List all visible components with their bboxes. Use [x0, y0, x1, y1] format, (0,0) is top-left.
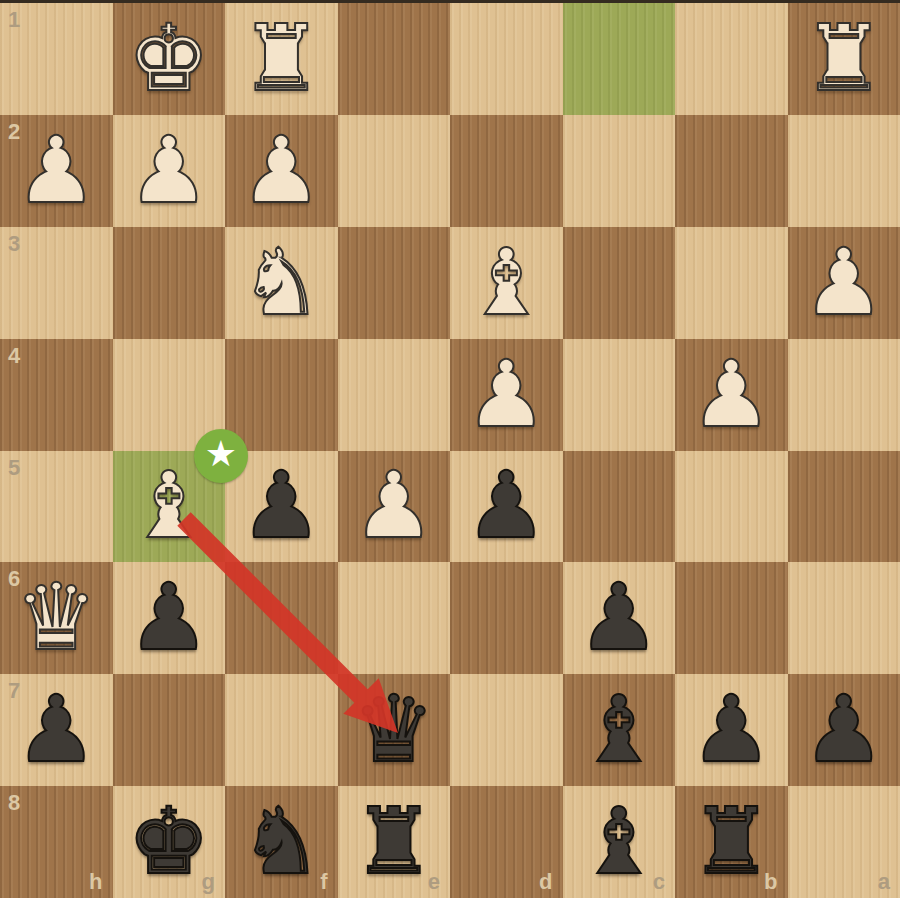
white-pawn[interactable]: ♟ [675, 339, 788, 451]
white-pawn[interactable]: ♟ [450, 339, 563, 451]
square-b5[interactable] [675, 451, 788, 563]
star-icon: ★ [205, 436, 237, 472]
black-pawn[interactable]: ♟ [450, 451, 563, 563]
square-e6[interactable] [338, 562, 451, 674]
square-f6[interactable] [225, 562, 338, 674]
square-b3[interactable] [675, 227, 788, 339]
square-e5[interactable]: ♟ [338, 451, 451, 563]
square-h3[interactable]: 3 [0, 227, 113, 339]
black-pawn[interactable]: ♟ [563, 562, 676, 674]
board-top-edge [0, 0, 900, 3]
square-d8[interactable]: d [450, 786, 563, 898]
square-c8[interactable]: c♝ [563, 786, 676, 898]
chess-board[interactable]: 1♚♜♜2♟♟♟3♞♝♟4♟♟5♝♟♟♟6♛♟♟7♟♛♝♟♟8hg♚f♞e♜dc… [0, 3, 900, 898]
square-g3[interactable] [113, 227, 226, 339]
best-move-badge: ★ [194, 429, 248, 483]
black-knight[interactable]: ♞ [225, 786, 338, 898]
square-f4[interactable] [225, 339, 338, 451]
square-c7[interactable]: ♝ [563, 674, 676, 786]
square-e1[interactable] [338, 3, 451, 115]
white-rook[interactable]: ♜ [225, 3, 338, 115]
square-a2[interactable] [788, 115, 900, 227]
white-queen[interactable]: ♛ [0, 562, 113, 674]
white-knight[interactable]: ♞ [225, 227, 338, 339]
square-c4[interactable] [563, 339, 676, 451]
square-h6[interactable]: 6♛ [0, 562, 113, 674]
square-b8[interactable]: b♜ [675, 786, 788, 898]
white-bishop[interactable]: ♝ [450, 227, 563, 339]
square-g6[interactable]: ♟ [113, 562, 226, 674]
square-b1[interactable] [675, 3, 788, 115]
black-pawn[interactable]: ♟ [0, 674, 113, 786]
square-d5[interactable]: ♟ [450, 451, 563, 563]
black-pawn[interactable]: ♟ [675, 674, 788, 786]
square-f7[interactable] [225, 674, 338, 786]
square-f3[interactable]: ♞ [225, 227, 338, 339]
square-d4[interactable]: ♟ [450, 339, 563, 451]
square-e2[interactable] [338, 115, 451, 227]
square-h5[interactable]: 5 [0, 451, 113, 563]
file-label-d: d [539, 869, 552, 895]
black-bishop[interactable]: ♝ [563, 674, 676, 786]
square-d6[interactable] [450, 562, 563, 674]
rank-label-1: 1 [8, 7, 20, 33]
square-g7[interactable] [113, 674, 226, 786]
square-a7[interactable]: ♟ [788, 674, 900, 786]
square-h1[interactable]: 1 [0, 3, 113, 115]
square-b4[interactable]: ♟ [675, 339, 788, 451]
white-pawn[interactable]: ♟ [338, 451, 451, 563]
square-a4[interactable] [788, 339, 900, 451]
black-bishop[interactable]: ♝ [563, 786, 676, 898]
square-h4[interactable]: 4 [0, 339, 113, 451]
file-label-h: h [89, 869, 102, 895]
square-f1[interactable]: ♜ [225, 3, 338, 115]
square-a6[interactable] [788, 562, 900, 674]
square-d1[interactable] [450, 3, 563, 115]
square-d7[interactable] [450, 674, 563, 786]
square-f2[interactable]: ♟ [225, 115, 338, 227]
square-c2[interactable] [563, 115, 676, 227]
black-rook[interactable]: ♜ [338, 786, 451, 898]
square-g1[interactable]: ♚ [113, 3, 226, 115]
square-e4[interactable] [338, 339, 451, 451]
square-a8[interactable]: a [788, 786, 900, 898]
square-g8[interactable]: g♚ [113, 786, 226, 898]
white-pawn[interactable]: ♟ [225, 115, 338, 227]
square-c3[interactable] [563, 227, 676, 339]
black-king[interactable]: ♚ [113, 786, 226, 898]
rank-label-3: 3 [8, 231, 20, 257]
square-h7[interactable]: 7♟ [0, 674, 113, 786]
white-rook[interactable]: ♜ [788, 3, 900, 115]
square-b6[interactable] [675, 562, 788, 674]
black-queen[interactable]: ♛ [338, 674, 451, 786]
white-king[interactable]: ♚ [113, 3, 226, 115]
black-rook[interactable]: ♜ [675, 786, 788, 898]
file-label-a: a [878, 869, 890, 895]
square-b7[interactable]: ♟ [675, 674, 788, 786]
square-c6[interactable]: ♟ [563, 562, 676, 674]
square-a1[interactable]: ♜ [788, 3, 900, 115]
square-a3[interactable]: ♟ [788, 227, 900, 339]
square-f8[interactable]: f♞ [225, 786, 338, 898]
square-c5[interactable] [563, 451, 676, 563]
square-e7[interactable]: ♛ [338, 674, 451, 786]
square-h2[interactable]: 2♟ [0, 115, 113, 227]
white-pawn[interactable]: ♟ [0, 115, 113, 227]
square-b2[interactable] [675, 115, 788, 227]
black-pawn[interactable]: ♟ [788, 674, 900, 786]
white-pawn[interactable]: ♟ [788, 227, 900, 339]
black-pawn[interactable]: ♟ [113, 562, 226, 674]
square-g2[interactable]: ♟ [113, 115, 226, 227]
square-d3[interactable]: ♝ [450, 227, 563, 339]
square-e8[interactable]: e♜ [338, 786, 451, 898]
square-d2[interactable] [450, 115, 563, 227]
square-h8[interactable]: 8h [0, 786, 113, 898]
rank-label-4: 4 [8, 343, 20, 369]
square-a5[interactable] [788, 451, 900, 563]
square-e3[interactable] [338, 227, 451, 339]
square-c1[interactable] [563, 3, 676, 115]
white-pawn[interactable]: ♟ [113, 115, 226, 227]
rank-label-5: 5 [8, 455, 20, 481]
rank-label-8: 8 [8, 790, 20, 816]
